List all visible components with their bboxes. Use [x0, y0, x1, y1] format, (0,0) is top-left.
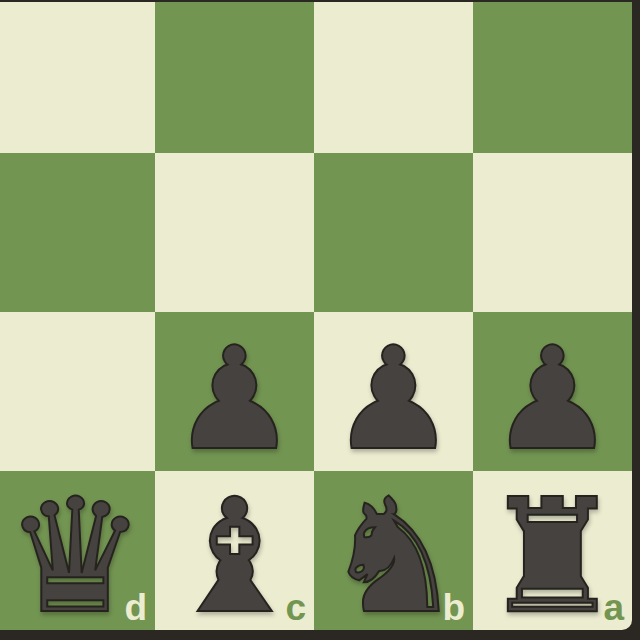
black-rook[interactable]: ♜	[482, 477, 624, 631]
file-label-a: a	[603, 589, 624, 626]
square-c7[interactable]: ♟	[155, 312, 314, 471]
square-c6[interactable]	[155, 153, 314, 312]
black-bishop[interactable]: ♝	[164, 477, 306, 631]
file-label-b: b	[442, 589, 465, 626]
square-a5[interactable]	[473, 0, 632, 153]
square-a6[interactable]	[473, 153, 632, 312]
black-pawn[interactable]: ♟	[171, 328, 298, 470]
square-d8[interactable]: ♛d	[0, 471, 155, 630]
chess-app-viewport: ♟♟♟♛d♝c♞b♜a	[0, 0, 640, 640]
square-d6[interactable]	[0, 153, 155, 312]
square-d5[interactable]	[0, 0, 155, 153]
square-d7[interactable]	[0, 312, 155, 471]
file-label-d: d	[124, 589, 147, 626]
black-pawn[interactable]: ♟	[489, 328, 616, 470]
square-a7[interactable]: ♟	[473, 312, 632, 471]
square-b5[interactable]	[314, 0, 473, 153]
chess-board: ♟♟♟♛d♝c♞b♜a	[0, 0, 632, 630]
file-label-c: c	[285, 589, 306, 626]
square-b6[interactable]	[314, 153, 473, 312]
square-b7[interactable]: ♟	[314, 312, 473, 471]
square-c8[interactable]: ♝c	[155, 471, 314, 630]
window-top-edge	[0, 0, 640, 2]
square-a8[interactable]: ♜a	[473, 471, 632, 630]
square-c5[interactable]	[155, 0, 314, 153]
black-pawn[interactable]: ♟	[330, 328, 457, 470]
square-b8[interactable]: ♞b	[314, 471, 473, 630]
